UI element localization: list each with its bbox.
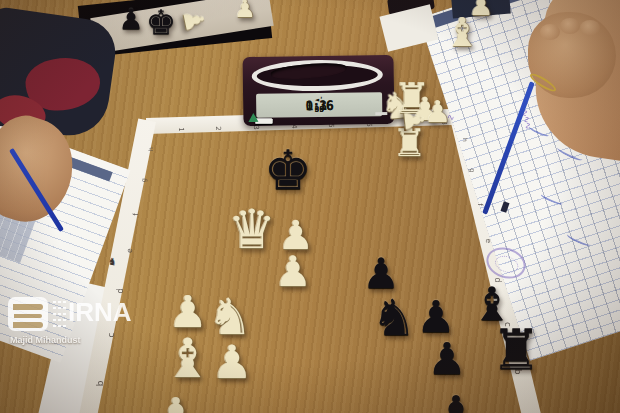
coord-left-b: b: [96, 380, 105, 386]
irna-logo-box: [8, 297, 48, 331]
square-h5[interactable]: [159, 134, 160, 163]
square-f1[interactable]: [145, 196, 146, 231]
square-a8[interactable]: [97, 406, 98, 413]
square-a3[interactable]: [97, 406, 98, 413]
square-a6[interactable]: [97, 406, 98, 413]
black-king-g4[interactable]: ♚: [264, 144, 312, 198]
coord-left-h: h: [148, 147, 154, 151]
square-h7[interactable]: [159, 134, 160, 163]
coord-top-1: 1: [177, 128, 184, 132]
square-h6[interactable]: [159, 134, 160, 163]
square-f2[interactable]: [145, 196, 146, 231]
square-g6[interactable]: [152, 163, 153, 196]
square-f3[interactable]: [145, 196, 146, 231]
coord-left-f: f: [133, 213, 140, 215]
clock-display: 0:36 05 ◄' 1:16 30: [256, 92, 382, 118]
captured-black-pawn: ♟: [118, 6, 143, 34]
captured-white-pawn: ♟: [234, 0, 256, 21]
clock-brand-logo: [248, 113, 258, 122]
irna-logo-text: IRNA: [68, 297, 132, 328]
white-pawn-a2[interactable]: ♟: [154, 391, 197, 413]
square-a1[interactable]: [97, 406, 98, 413]
knuckle: [540, 24, 560, 40]
square-g8[interactable]: [152, 163, 153, 196]
clock-buttons: [255, 117, 383, 125]
coord-right-g: g: [469, 168, 476, 172]
black-knight-c6[interactable]: ♞: [372, 293, 417, 343]
square-e5[interactable]: [137, 231, 138, 269]
coord-right-e: e: [485, 238, 493, 243]
chess-clock: 0:36 05 ◄' 1:16 30: [243, 55, 395, 126]
square-a4[interactable]: [97, 406, 98, 413]
coord-left-g: g: [141, 178, 148, 182]
black-pawn-b7[interactable]: ♟: [427, 337, 466, 381]
square-g5[interactable]: [152, 163, 153, 196]
square-g1[interactable]: [152, 163, 153, 196]
square-e4[interactable]: [137, 231, 138, 269]
square-a5[interactable]: [97, 406, 98, 413]
square-h4[interactable]: [159, 134, 160, 163]
square-f5[interactable]: [145, 196, 146, 231]
black-pawn-a7[interactable]: ♟: [434, 389, 477, 413]
square-a7[interactable]: [97, 406, 98, 413]
captured-white-pawn: ♟: [468, 0, 493, 20]
square-b4[interactable]: [108, 357, 109, 406]
square-g2[interactable]: [152, 163, 153, 196]
square-h3[interactable]: [159, 134, 160, 163]
square-b7[interactable]: [108, 357, 109, 406]
square-b6[interactable]: [108, 357, 109, 406]
coord-left-e: e: [126, 248, 134, 253]
square-e6[interactable]: [137, 231, 138, 269]
square-g4[interactable]: [152, 163, 153, 196]
white-pawn-b3[interactable]: ♟: [211, 339, 252, 385]
photo-credit: Majid Mihandust: [10, 335, 81, 345]
square-e7[interactable]: [137, 231, 138, 269]
irna-bird-icon: [13, 304, 43, 310]
square-b3[interactable]: [108, 357, 109, 406]
square-b5[interactable]: [108, 357, 109, 406]
square-b1[interactable]: [108, 357, 109, 406]
white-queen-e3[interactable]: ♛: [228, 203, 276, 257]
square-h1[interactable]: [159, 134, 160, 163]
square-e3[interactable]: [137, 231, 138, 269]
coord-top-3: 3: [252, 125, 259, 129]
knuckle: [560, 18, 580, 34]
square-b2[interactable]: [108, 357, 109, 406]
coord-top-2: 2: [214, 127, 221, 131]
tournament-photo: 0:36 05 ◄' 1:16 30 12345678hgfedcbhgfedc…: [0, 0, 620, 413]
square-f6[interactable]: [145, 196, 146, 231]
square-f7[interactable]: [145, 196, 146, 231]
irna-dot-grid: [52, 299, 66, 329]
captured-black-king: ♚: [146, 5, 176, 39]
square-g3[interactable]: [152, 163, 153, 196]
white-pawn-d4[interactable]: ♟: [274, 251, 312, 293]
square-e2[interactable]: [137, 231, 138, 269]
coord-right-f: f: [476, 203, 483, 205]
square-g7[interactable]: [152, 163, 153, 196]
captured-white-pawn: ♟: [400, 108, 428, 134]
coord-left-c: c: [107, 333, 116, 338]
square-f4[interactable]: [145, 196, 146, 231]
square-e8[interactable]: [137, 231, 138, 269]
square-b8[interactable]: [108, 357, 109, 406]
square-h8[interactable]: [159, 134, 160, 163]
square-h2[interactable]: [159, 134, 160, 163]
square-e1[interactable]: [137, 231, 138, 269]
right-time-seconds: 30: [314, 105, 324, 117]
white-bishop-b2[interactable]: ♝: [164, 332, 212, 386]
square-f8[interactable]: [145, 196, 146, 231]
square-a2[interactable]: [97, 406, 98, 413]
black-rook-b8[interactable]: ♜: [491, 322, 541, 378]
coord-right-h: h: [462, 138, 468, 142]
knuckle: [580, 20, 600, 36]
coord-left-d: d: [117, 288, 125, 293]
